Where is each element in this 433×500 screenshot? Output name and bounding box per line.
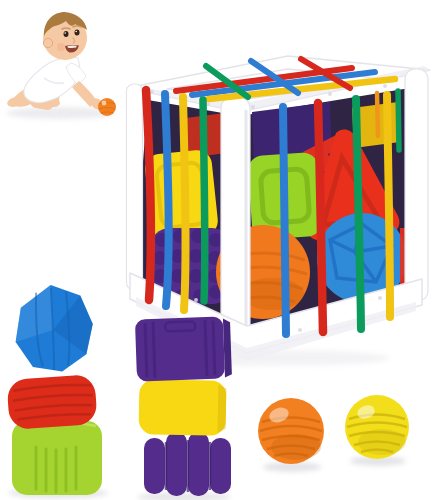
flower-lobe-3 <box>188 432 209 496</box>
right-band-orange-short <box>377 93 378 136</box>
product-photo <box>0 0 433 500</box>
left-stack <box>6 283 102 495</box>
baby-ear <box>43 38 52 47</box>
frame-right-post <box>405 69 428 301</box>
flower-lobe-4 <box>210 438 231 494</box>
baby-eye-left <box>64 31 69 37</box>
right-band-blue <box>283 107 286 334</box>
baby-toy-ball-highlight <box>102 101 107 106</box>
right-band-yellow <box>387 95 390 317</box>
right-band-red <box>318 103 323 332</box>
purple-scalloped-block <box>144 432 231 496</box>
left-band-blue <box>165 94 169 306</box>
yellow-floor-ball-shade <box>358 429 406 455</box>
shape-sorter-cube <box>127 56 431 361</box>
red-cushion-block <box>6 374 97 430</box>
crawling-baby <box>6 12 116 116</box>
toy-scene-illustration <box>0 0 433 500</box>
baby-cheek-blush <box>57 43 65 51</box>
frame-left-post <box>127 84 143 290</box>
baby-teeth <box>68 46 77 48</box>
left-band-red <box>146 90 151 300</box>
right-band-green <box>356 99 361 329</box>
left-band-yellow <box>183 97 186 310</box>
right-band-green-short <box>398 91 399 150</box>
eye-glint-left <box>64 32 66 34</box>
eye-glint-right <box>75 31 77 33</box>
green-vented-cube <box>12 421 102 495</box>
flower-lobe-1 <box>144 438 165 494</box>
purple-cube-body <box>135 316 225 381</box>
floor-balls <box>258 395 409 464</box>
baby-eye-right <box>75 30 80 36</box>
blue-octagon-block <box>13 283 95 374</box>
yellow-ridged-ball <box>345 395 409 459</box>
orange-floor-ball-shade <box>271 434 321 460</box>
purple-ribbed-cube <box>135 316 232 381</box>
orange-ridged-ball <box>258 398 324 464</box>
flower-lobe-2 <box>166 432 187 496</box>
yellow-cube-block <box>139 379 227 436</box>
yellow-cube-block-body <box>139 379 227 436</box>
left-band-green <box>203 100 205 301</box>
yellow-cube-block-shade <box>218 385 227 433</box>
middle-stack <box>135 316 232 496</box>
red-cushion-body <box>6 374 97 430</box>
